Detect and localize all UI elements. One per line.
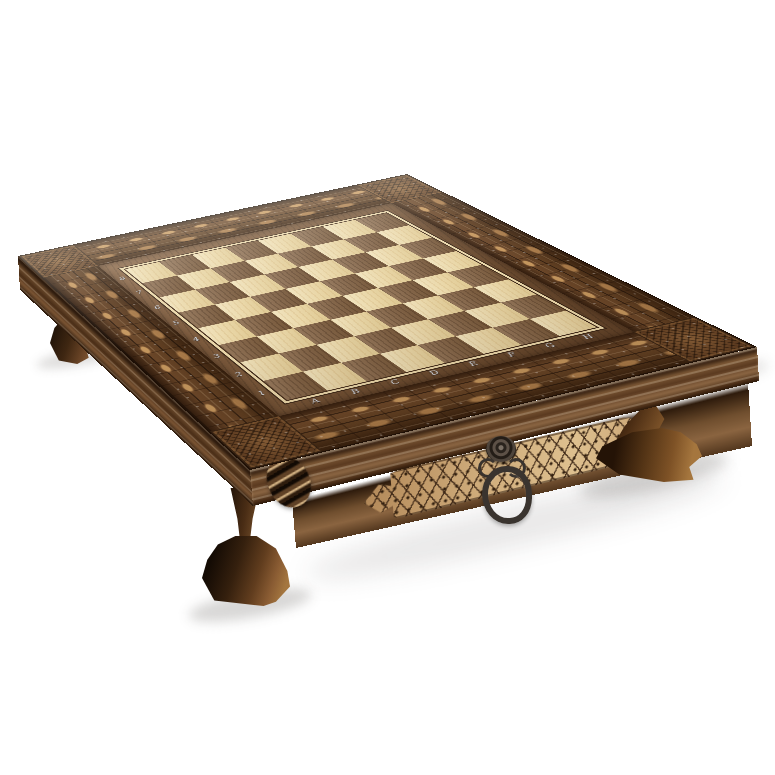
chess-table-product-photo: 12345678ABCDEFGH xyxy=(0,0,775,775)
front-left-foot xyxy=(202,536,290,606)
ring-pull-loop xyxy=(482,466,532,524)
ring-pull-handle xyxy=(474,436,530,520)
